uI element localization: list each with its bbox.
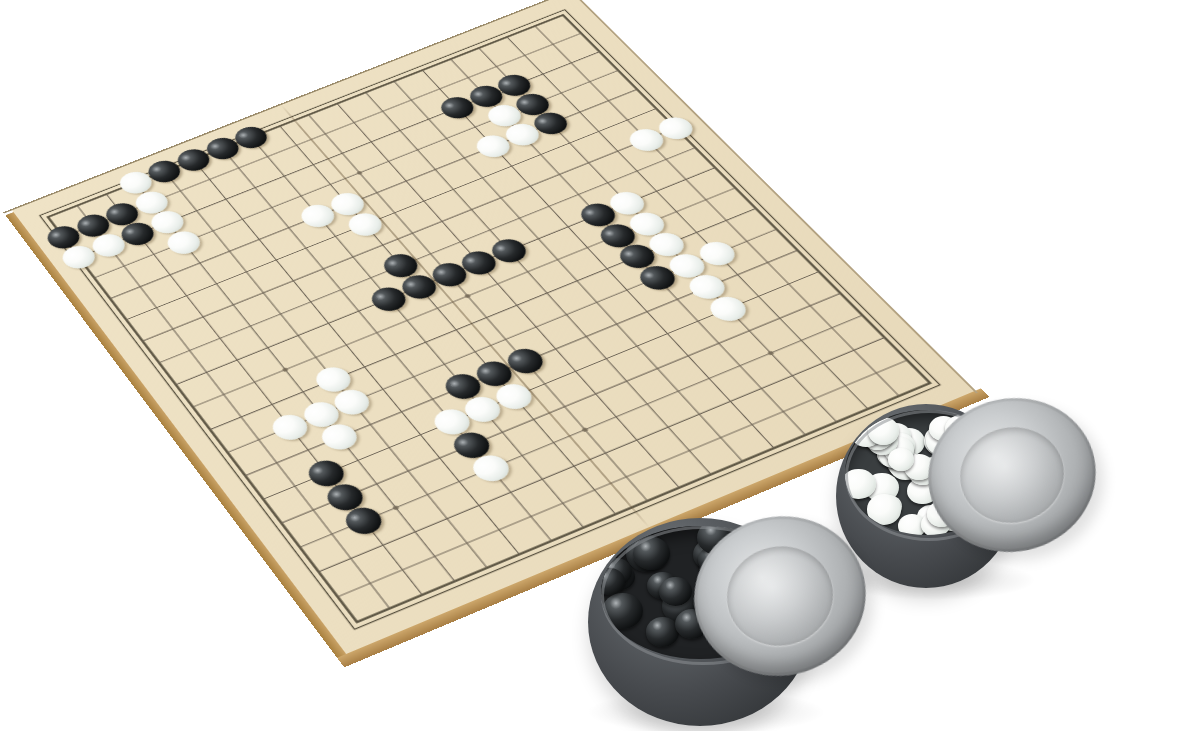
go-set-product-photo [0,0,1200,731]
black-bowl-stone [633,537,670,570]
black-bowl-stone [646,617,679,646]
